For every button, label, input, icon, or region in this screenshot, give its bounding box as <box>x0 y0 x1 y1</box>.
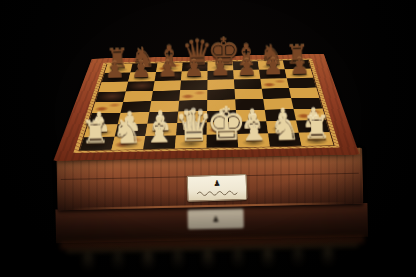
square-a8: ♜ <box>105 64 133 73</box>
square-h7: ♟ <box>285 69 313 79</box>
piece-black-pawn: ♟ <box>154 57 181 80</box>
square-c6 <box>153 81 181 91</box>
square-g5 <box>262 88 291 99</box>
square-h5 <box>289 87 319 98</box>
photo-stage: ♜♞♝♛♚♝♞♜♟♟♟♟♟♟♟♟♟♟♟♟♟♟♟♟♜♞♝♛♚♝♞♜ ♟ ♟ <box>0 0 416 277</box>
square-h1: ♜ <box>299 132 334 146</box>
piece-shadow <box>159 66 179 71</box>
piece-shadow <box>211 65 231 70</box>
piece-shadow <box>184 74 204 80</box>
square-d5 <box>179 90 207 101</box>
piece-black-pawn: ♟ <box>233 56 260 79</box>
square-c5 <box>151 90 180 101</box>
piece-black-rook: ♜ <box>284 42 310 68</box>
piece-black-king: ♚ <box>207 33 233 70</box>
piece-white-rook: ♜ <box>301 113 333 145</box>
piece-shadow <box>134 66 154 72</box>
piece-shadow <box>185 65 205 70</box>
square-h8: ♜ <box>283 60 311 69</box>
square-g1: ♞ <box>268 133 302 147</box>
piece-black-pawn: ♟ <box>101 58 128 81</box>
piece-black-knight: ♞ <box>258 41 284 69</box>
piece-black-pawn: ♟ <box>286 55 313 78</box>
piece-black-pawn: ♟ <box>207 56 234 79</box>
piece-black-pawn: ♟ <box>181 57 208 80</box>
piece-shadow <box>237 73 257 79</box>
square-c8: ♝ <box>156 63 183 72</box>
square-d7: ♟ <box>181 71 208 81</box>
piece-shadow <box>108 67 129 73</box>
piece-white-bishop: ♝ <box>237 109 269 146</box>
square-e1: ♚ <box>207 134 239 148</box>
square-f8: ♝ <box>233 61 259 70</box>
square-a5 <box>95 91 126 102</box>
piece-white-knight: ♞ <box>269 111 301 146</box>
square-b6 <box>126 81 155 91</box>
piece-black-knight: ♞ <box>130 44 156 72</box>
piece-black-bishop: ♝ <box>233 40 259 70</box>
square-b7: ♟ <box>128 72 156 82</box>
square-b1: ♞ <box>111 136 145 150</box>
piece-shadow <box>105 76 126 82</box>
square-a1: ♜ <box>80 137 115 151</box>
piece-white-knight: ♞ <box>111 114 143 149</box>
chess-board: ♜♞♝♛♚♝♞♜♟♟♟♟♟♟♟♟♟♟♟♟♟♟♟♟♜♞♝♛♚♝♞♜ <box>53 54 359 161</box>
square-f7: ♟ <box>233 70 260 80</box>
piece-shadow <box>236 64 256 69</box>
square-a6 <box>99 82 129 92</box>
square-f1: ♝ <box>237 133 270 147</box>
piece-black-queen: ♛ <box>181 35 207 70</box>
piece-shadow <box>289 72 310 78</box>
square-a7: ♟ <box>102 72 131 82</box>
square-g8: ♞ <box>258 61 285 70</box>
piece-black-pawn: ♟ <box>260 55 287 78</box>
piece-black-rook: ♜ <box>104 46 130 72</box>
chess-set-group: ♜♞♝♛♚♝♞♜♟♟♟♟♟♟♟♟♟♟♟♟♟♟♟♟♜♞♝♛♚♝♞♜ ♟ ♟ <box>0 0 416 277</box>
piece-shadow <box>211 73 231 79</box>
square-c1: ♝ <box>143 135 176 149</box>
piece-black-pawn: ♟ <box>128 58 155 81</box>
square-d1: ♛ <box>175 135 207 149</box>
piece-white-rook: ♜ <box>79 117 111 149</box>
square-b5 <box>123 91 153 102</box>
square-g7: ♟ <box>259 69 287 79</box>
piece-shadow <box>158 75 179 81</box>
piece-white-bishop: ♝ <box>143 111 175 148</box>
board-scene: ♜♞♝♛♚♝♞♜♟♟♟♟♟♟♟♟♟♟♟♟♟♟♟♟♜♞♝♛♚♝♞♜ <box>0 0 416 277</box>
square-e8: ♚ <box>208 62 234 71</box>
square-d8: ♛ <box>182 62 208 71</box>
square-g6 <box>260 78 289 88</box>
piece-white-queen: ♛ <box>174 104 207 148</box>
board-squares: ♜♞♝♛♚♝♞♜♟♟♟♟♟♟♟♟♟♟♟♟♟♟♟♟♜♞♝♛♚♝♞♜ <box>80 60 334 150</box>
piece-shadow <box>263 72 284 78</box>
piece-shadow <box>261 64 281 69</box>
square-c7: ♟ <box>155 71 182 81</box>
square-e7: ♟ <box>207 70 233 80</box>
piece-black-bishop: ♝ <box>156 41 182 71</box>
piece-shadow <box>287 63 308 68</box>
square-h6 <box>287 78 316 88</box>
square-f6 <box>234 79 262 89</box>
square-e6 <box>207 79 234 89</box>
maple-inlay-border: ♜♞♝♛♚♝♞♜♟♟♟♟♟♟♟♟♟♟♟♟♟♟♟♟♜♞♝♛♚♝♞♜ <box>73 58 340 153</box>
square-b8: ♞ <box>130 63 157 72</box>
piece-shadow <box>131 75 152 81</box>
piece-white-king: ♚ <box>206 101 239 147</box>
square-d6 <box>180 80 207 90</box>
